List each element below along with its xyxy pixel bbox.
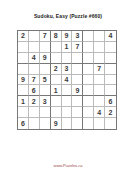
sudoku-cell-r2c7	[83, 42, 94, 53]
sudoku-cell-r4c7	[83, 64, 94, 75]
sudoku-cell-r2c1	[18, 42, 29, 53]
sudoku-cell-r4c5: 3	[62, 64, 73, 75]
sudoku-cell-r1c1: 2	[18, 31, 29, 42]
sudoku-cell-r2c5: 1	[62, 42, 73, 53]
sudoku-cell-r9c3	[40, 118, 51, 129]
sudoku-cell-r9c7	[83, 118, 94, 129]
sudoku-cell-r7c1: 1	[18, 96, 29, 107]
sudoku-cell-r1c7	[83, 31, 94, 42]
sudoku-cell-r8c6	[72, 107, 83, 118]
sudoku-cell-r9c9	[105, 118, 116, 129]
sudoku-cell-r2c9	[105, 42, 116, 53]
sudoku-cell-r3c5	[62, 53, 73, 64]
sudoku-cell-r6c1	[18, 85, 29, 96]
sudoku-cell-r6c3	[40, 85, 51, 96]
sudoku-cell-r1c3: 7	[40, 31, 51, 42]
sudoku-cell-r4c6	[72, 64, 83, 75]
sudoku-board: 2789341749237975461912364269	[17, 30, 117, 130]
sudoku-cell-r9c2	[29, 118, 40, 129]
sudoku-cell-r1c4: 8	[51, 31, 62, 42]
sudoku-cell-r7c5	[62, 96, 73, 107]
sudoku-cell-r2c4	[51, 42, 62, 53]
sudoku-cell-r7c2: 2	[29, 96, 40, 107]
sudoku-cell-r8c3	[40, 107, 51, 118]
sudoku-cell-r3c4	[51, 53, 62, 64]
sudoku-cell-r6c6: 9	[72, 85, 83, 96]
sudoku-cell-r2c6: 7	[72, 42, 83, 53]
sudoku-cell-r3c3: 9	[40, 53, 51, 64]
sudoku-cell-r3c6	[72, 53, 83, 64]
sudoku-cell-r9c5	[62, 118, 73, 129]
sudoku-cell-r3c1	[18, 53, 29, 64]
sudoku-cell-r5c2: 7	[29, 75, 40, 86]
sudoku-page: Sudoku, Easy (Puzzle #660) 2789341749237…	[0, 0, 136, 176]
sudoku-cell-r3c7	[83, 53, 94, 64]
sudoku-cell-r1c2	[29, 31, 40, 42]
sudoku-cell-r4c1	[18, 64, 29, 75]
sudoku-cell-r7c6	[72, 96, 83, 107]
sudoku-cell-r2c3	[40, 42, 51, 53]
sudoku-cell-r4c8: 7	[94, 64, 105, 75]
sudoku-cell-r5c5: 4	[62, 75, 73, 86]
sudoku-cell-r6c7	[83, 85, 94, 96]
sudoku-cell-r8c2	[29, 107, 40, 118]
sudoku-cell-r6c8	[94, 85, 105, 96]
sudoku-cell-r8c4	[51, 107, 62, 118]
sudoku-cell-r5c8	[94, 75, 105, 86]
sudoku-cell-r5c1: 9	[18, 75, 29, 86]
sudoku-cell-r4c2	[29, 64, 40, 75]
sudoku-cell-r5c3: 5	[40, 75, 51, 86]
sudoku-cell-r2c8	[94, 42, 105, 53]
sudoku-cell-r3c9	[105, 53, 116, 64]
sudoku-cell-r7c7	[83, 96, 94, 107]
sudoku-cell-r6c9	[105, 85, 116, 96]
sudoku-cell-r7c3: 3	[40, 96, 51, 107]
sudoku-cell-r5c9	[105, 75, 116, 86]
sudoku-cell-r5c6	[72, 75, 83, 86]
sudoku-cell-r5c7	[83, 75, 94, 86]
sudoku-cell-r8c1	[18, 107, 29, 118]
sudoku-cell-r6c2: 6	[29, 85, 40, 96]
sudoku-cell-r4c3	[40, 64, 51, 75]
sudoku-cell-r2c2	[29, 42, 40, 53]
sudoku-cell-r1c5: 9	[62, 31, 73, 42]
sudoku-cell-r6c4: 1	[51, 85, 62, 96]
sudoku-cell-r4c4: 2	[51, 64, 62, 75]
page-title: Sudoku, Easy (Puzzle #660)	[0, 13, 136, 19]
sudoku-cell-r1c9: 4	[105, 31, 116, 42]
sudoku-cell-r8c5	[62, 107, 73, 118]
sudoku-cell-r5c4	[51, 75, 62, 86]
sudoku-cell-r7c9: 6	[105, 96, 116, 107]
sudoku-cell-r9c8	[94, 118, 105, 129]
sudoku-cell-r4c9	[105, 64, 116, 75]
sudoku-cell-r6c5	[62, 85, 73, 96]
sudoku-cell-r8c9: 2	[105, 107, 116, 118]
sudoku-cell-r9c4: 9	[51, 118, 62, 129]
sudoku-cell-r1c6: 3	[72, 31, 83, 42]
sudoku-cell-r9c1: 6	[18, 118, 29, 129]
footer-watermark: www.Puzzles.ca	[0, 163, 136, 168]
sudoku-cell-r9c6	[72, 118, 83, 129]
sudoku-cell-r8c7	[83, 107, 94, 118]
sudoku-cell-r7c8	[94, 96, 105, 107]
sudoku-cell-r1c8	[94, 31, 105, 42]
sudoku-cell-r3c8	[94, 53, 105, 64]
sudoku-cell-r7c4	[51, 96, 62, 107]
sudoku-cell-r8c8: 4	[94, 107, 105, 118]
sudoku-cell-r3c2: 4	[29, 53, 40, 64]
